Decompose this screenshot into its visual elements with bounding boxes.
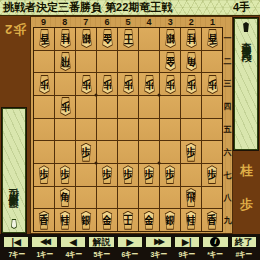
key-hint: 4キー xyxy=(65,249,81,260)
board-cell: 歩 xyxy=(97,164,117,186)
gote-marker-icon xyxy=(10,219,19,229)
board-cell: 桂 xyxy=(55,209,75,231)
fast-forward-control: ▶▶3キー xyxy=(145,236,171,260)
shogi-piece-sente: 歩 xyxy=(78,143,95,162)
last-button[interactable]: ▶| xyxy=(174,236,200,248)
rank-label: 五 xyxy=(222,118,233,141)
gote-hand: 歩2 xyxy=(0,20,30,38)
key-hint: 3キー xyxy=(150,249,166,260)
board-cell: 桂 xyxy=(181,28,201,50)
board-cell: 歩 xyxy=(118,164,138,186)
shogi-piece-sente: 香 xyxy=(36,211,53,230)
file-labels: 987654321 xyxy=(33,16,223,27)
sente-player-name: 森内俊之九段 xyxy=(241,34,251,46)
shogi-piece-gote: 桂 xyxy=(183,29,200,48)
board-cell xyxy=(34,187,54,209)
shogi-piece-sente: 銀 xyxy=(162,211,179,230)
board-cell: 歩 xyxy=(34,73,54,95)
board-cell: 金 xyxy=(97,209,117,231)
key-hint: 7キー xyxy=(8,249,24,260)
shogi-piece-gote: 歩 xyxy=(78,75,95,94)
star-point xyxy=(158,162,161,165)
file-label: 9 xyxy=(33,16,54,27)
shogi-piece-gote: 歩 xyxy=(120,75,137,94)
board-cell: 歩 xyxy=(34,164,54,186)
board-cell xyxy=(55,119,75,141)
back-control: ◀4キー xyxy=(60,236,86,260)
board-cell: 角 xyxy=(55,187,75,209)
rank-label: 七 xyxy=(222,164,233,187)
last-control: ▶|9キー xyxy=(174,236,200,260)
sente-hand-piece: 歩 xyxy=(240,198,253,211)
gote-side-column: 歩2 深浦康市王位 xyxy=(0,16,30,234)
quit-button[interactable]: 終了 xyxy=(231,236,257,248)
key-hint: 5キー xyxy=(93,249,109,260)
board-cell xyxy=(202,141,222,163)
rank-label: 三 xyxy=(222,73,233,96)
shogi-piece-sente: 歩 xyxy=(162,165,179,184)
board-cell: 香 xyxy=(34,28,54,50)
board-cell: 銀 xyxy=(160,28,180,50)
info-icon: i xyxy=(210,237,220,247)
shogi-piece-gote: 金 xyxy=(99,29,116,48)
board-cell: 桂 xyxy=(55,28,75,50)
board-cell xyxy=(202,96,222,118)
board-cell: 金 xyxy=(97,28,117,50)
board-cell xyxy=(202,119,222,141)
board-cell xyxy=(34,96,54,118)
info-control: i*キー xyxy=(202,236,228,260)
star-point xyxy=(158,94,161,97)
board-cell xyxy=(160,187,180,209)
board-cell: 銀 xyxy=(76,209,96,231)
sente-marker-icon xyxy=(242,22,251,32)
fast-rewind-button[interactable]: ◀◀ xyxy=(31,236,57,248)
event-title: 挑戦者決定三番勝負 第22期竜王戦 xyxy=(0,0,172,15)
commentary-button[interactable]: 解説 xyxy=(88,236,114,248)
board-cell: 歩 xyxy=(181,73,201,95)
board-cell: 飛 xyxy=(55,51,75,73)
shogi-piece-gote: 銀 xyxy=(78,29,95,48)
shogi-piece-sente: 歩 xyxy=(120,165,137,184)
board-cell: 王 xyxy=(118,28,138,50)
board-cell: 歩 xyxy=(55,96,75,118)
board-cell xyxy=(139,96,159,118)
shogi-piece-gote: 香 xyxy=(204,29,221,48)
star-point xyxy=(95,162,98,165)
board-cell xyxy=(97,51,117,73)
shogi-piece-gote: 歩 xyxy=(183,75,200,94)
board-cell: 歩 xyxy=(76,141,96,163)
board-cell: 歩 xyxy=(160,73,180,95)
board-cell: 歩 xyxy=(139,73,159,95)
file-label: 3 xyxy=(160,16,181,27)
board-cell xyxy=(55,141,75,163)
board-cell xyxy=(55,73,75,95)
board-cell xyxy=(76,119,96,141)
board-cell: 歩 xyxy=(202,73,222,95)
board-cell xyxy=(118,96,138,118)
board-cell: 角 xyxy=(181,51,201,73)
first-button[interactable]: |◀ xyxy=(3,236,29,248)
board-cell xyxy=(76,164,96,186)
board-cell xyxy=(160,119,180,141)
rank-label: 六 xyxy=(222,141,233,164)
board-cell: 歩 xyxy=(181,141,201,163)
board-cell: 歩 xyxy=(55,164,75,186)
kifu-viewer-screen: 挑戦者決定三番勝負 第22期竜王戦 4手 歩2 深浦康市王位 987654321… xyxy=(0,0,260,260)
board-cell: 銀 xyxy=(76,28,96,50)
shogi-piece-sente: 歩 xyxy=(36,165,53,184)
board-cell xyxy=(34,141,54,163)
title-bar: 挑戦者決定三番勝負 第22期竜王戦 4手 xyxy=(0,0,260,16)
file-label: 8 xyxy=(54,16,75,27)
shogi-piece-gote: 王 xyxy=(120,29,137,48)
key-hint: 9キー xyxy=(179,249,195,260)
main-area: 歩2 深浦康市王位 987654321 一二三四五六七八九 香桂銀金王銀桂香飛金… xyxy=(0,16,260,234)
file-label: 7 xyxy=(75,16,96,27)
info-button[interactable]: i xyxy=(202,236,228,248)
sente-hand-piece: 桂 xyxy=(240,164,253,177)
shogi-piece-sente: 歩 xyxy=(99,165,116,184)
board-cell xyxy=(139,28,159,50)
move-counter: 4手 xyxy=(233,0,260,15)
board-cell: 桂 xyxy=(181,209,201,231)
board-cell: 香 xyxy=(34,209,54,231)
rank-label: 一 xyxy=(222,27,233,50)
board-cell: 銀 xyxy=(160,209,180,231)
board-cell: 歩 xyxy=(139,164,159,186)
shogi-piece-gote: 歩 xyxy=(36,75,53,94)
shogi-piece-gote: 桂 xyxy=(57,29,74,48)
board-cell xyxy=(118,51,138,73)
back-button[interactable]: ◀ xyxy=(60,236,86,248)
board-cell xyxy=(139,51,159,73)
commentary-control: 解説5キー xyxy=(88,236,114,260)
file-label: 2 xyxy=(181,16,202,27)
board-cell: 歩 xyxy=(76,73,96,95)
board-cell: 歩 xyxy=(97,73,117,95)
shogi-piece-gote: 香 xyxy=(36,29,53,48)
rank-label: 八 xyxy=(222,186,233,209)
board-cell xyxy=(76,187,96,209)
rank-labels: 一二三四五六七八九 xyxy=(222,27,233,232)
shogi-piece-sente: 桂 xyxy=(183,211,200,230)
board-cell: 歩 xyxy=(160,164,180,186)
board-cell: 金 xyxy=(160,51,180,73)
shogi-piece-sente: 金 xyxy=(141,211,158,230)
shogi-piece-gote: 歩 xyxy=(162,75,179,94)
control-bar: |◀7キー◀◀1キー◀4キー解説5キー▶6キー▶▶3キー▶|9キーi*キー終了#… xyxy=(0,234,260,260)
shogi-piece-gote: 歩 xyxy=(99,75,116,94)
shogi-piece-sente: 歩 xyxy=(57,165,74,184)
rank-label: 四 xyxy=(222,95,233,118)
shogi-piece-sente: 角 xyxy=(57,188,74,207)
sente-hand: 桂歩 xyxy=(240,164,253,232)
board-cell xyxy=(34,51,54,73)
file-label: 1 xyxy=(202,16,223,27)
sente-name-plate: 森内俊之九段 xyxy=(234,18,258,150)
file-label: 4 xyxy=(139,16,160,27)
shogi-piece-sente: 歩 xyxy=(204,165,221,184)
board-cell xyxy=(160,141,180,163)
key-hint: #キー xyxy=(236,249,252,260)
shogi-piece-gote: 銀 xyxy=(162,29,179,48)
shogi-piece-sente: 歩 xyxy=(141,165,158,184)
shogi-board: 香桂銀金王銀桂香飛金角歩歩歩歩歩歩歩歩歩歩歩歩歩歩歩歩歩歩角飛香桂銀金王金銀桂香 xyxy=(33,27,223,232)
board-cell xyxy=(97,141,117,163)
board-cell xyxy=(34,119,54,141)
shogi-piece-gote: 歩 xyxy=(57,97,74,116)
board-cell xyxy=(139,119,159,141)
board-cell xyxy=(76,51,96,73)
fast-forward-button[interactable]: ▶▶ xyxy=(145,236,171,248)
board-cell xyxy=(181,96,201,118)
board-cell: 香 xyxy=(202,28,222,50)
shogi-piece-sente: 金 xyxy=(99,211,116,230)
shogi-piece-gote: 飛 xyxy=(57,52,74,71)
shogi-piece-sente: 飛 xyxy=(183,188,200,207)
board-cell xyxy=(139,141,159,163)
board-cell: 王 xyxy=(118,209,138,231)
file-label: 5 xyxy=(117,16,138,27)
fast-rewind-control: ◀◀1キー xyxy=(31,236,57,260)
board-cell xyxy=(118,141,138,163)
board-cell xyxy=(97,187,117,209)
file-label: 6 xyxy=(96,16,117,27)
board-cell: 香 xyxy=(202,209,222,231)
shogi-piece-gote: 角 xyxy=(183,52,200,71)
key-hint: 6キー xyxy=(122,249,138,260)
forward-control: ▶6キー xyxy=(117,236,143,260)
shogi-piece-sente: 桂 xyxy=(57,211,74,230)
board-cell xyxy=(181,119,201,141)
gote-player-name: 深浦康市王位 xyxy=(9,205,19,217)
board-cell xyxy=(202,187,222,209)
shogi-piece-sente: 王 xyxy=(120,211,137,230)
shogi-piece-gote: 歩 xyxy=(204,75,221,94)
board-cell xyxy=(76,96,96,118)
board-cell xyxy=(181,164,201,186)
star-point xyxy=(95,94,98,97)
key-hint: 1キー xyxy=(37,249,53,260)
board-cell: 歩 xyxy=(202,164,222,186)
rank-label: 二 xyxy=(222,50,233,73)
board-cell: 飛 xyxy=(181,187,201,209)
board-cell: 歩 xyxy=(118,73,138,95)
shogi-piece-sente: 香 xyxy=(204,211,221,230)
shogi-piece-sente: 歩 xyxy=(183,143,200,162)
board-frame: 987654321 一二三四五六七八九 香桂銀金王銀桂香飛金角歩歩歩歩歩歩歩歩歩… xyxy=(30,16,233,234)
board-cell xyxy=(118,187,138,209)
board-cell xyxy=(97,119,117,141)
shogi-piece-gote: 金 xyxy=(162,52,179,71)
shogi-piece-sente: 銀 xyxy=(78,211,95,230)
gote-name-plate: 深浦康市王位 xyxy=(2,108,26,233)
board-cell xyxy=(160,96,180,118)
key-hint: *キー xyxy=(208,249,223,260)
board-cell xyxy=(139,187,159,209)
board-cell xyxy=(118,119,138,141)
board-cell xyxy=(202,51,222,73)
sente-side-column: 森内俊之九段 桂歩 xyxy=(233,16,260,234)
board-cell xyxy=(97,96,117,118)
shogi-piece-gote: 歩 xyxy=(141,75,158,94)
rank-label: 九 xyxy=(222,209,233,232)
board-cell: 金 xyxy=(139,209,159,231)
quit-control: 終了#キー xyxy=(231,236,257,260)
forward-button[interactable]: ▶ xyxy=(117,236,143,248)
first-control: |◀7キー xyxy=(3,236,29,260)
